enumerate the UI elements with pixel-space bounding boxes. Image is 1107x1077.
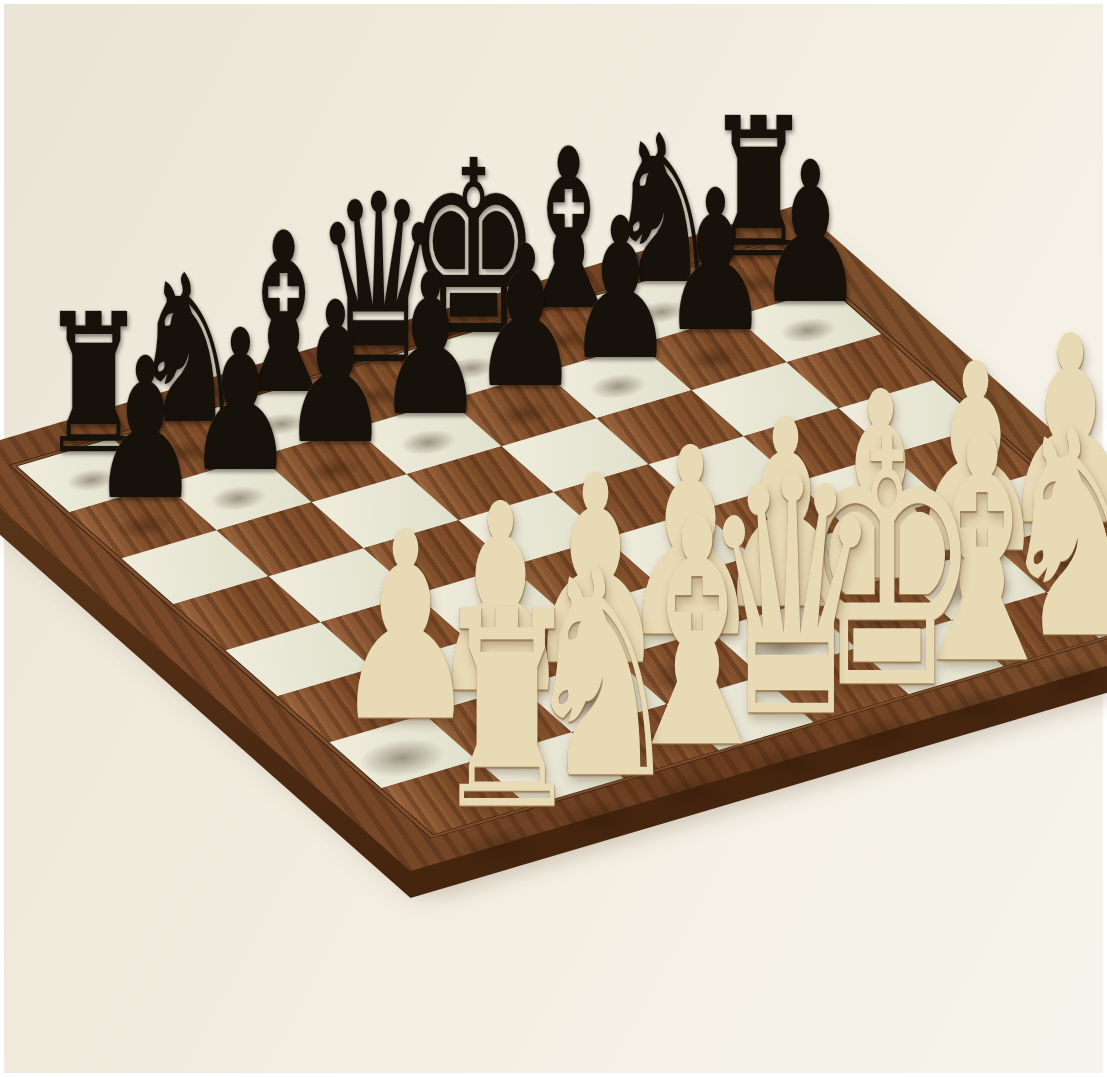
black-pawn[interactable]: ♟ [281, 276, 389, 471]
white-rook[interactable]: ♜ [431, 575, 582, 847]
black-pawn[interactable]: ♟ [186, 304, 294, 499]
black-pawn[interactable]: ♟ [566, 192, 674, 387]
black-pawn[interactable]: ♟ [756, 136, 864, 331]
board-playing-area: ♜♞♝♛♚♝♞♜♟♟♟♟♟♟♟♟♟♟♟♟♟♟♟♟♜♞♝♛♚♝♞♜ [16, 241, 1107, 834]
black-pawn[interactable]: ♟ [91, 332, 199, 527]
black-pawn[interactable]: ♟ [661, 164, 769, 359]
black-pawn[interactable]: ♟ [376, 248, 484, 443]
chess-board: ♜♞♝♛♚♝♞♜♟♟♟♟♟♟♟♟♟♟♟♟♟♟♟♟♜♞♝♛♚♝♞♜ [0, 205, 1107, 871]
studio-backdrop: ♜♞♝♛♚♝♞♜♟♟♟♟♟♟♟♟♟♟♟♟♟♟♟♟♜♞♝♛♚♝♞♜ [0, 0, 1107, 1077]
black-pawn[interactable]: ♟ [471, 220, 579, 415]
